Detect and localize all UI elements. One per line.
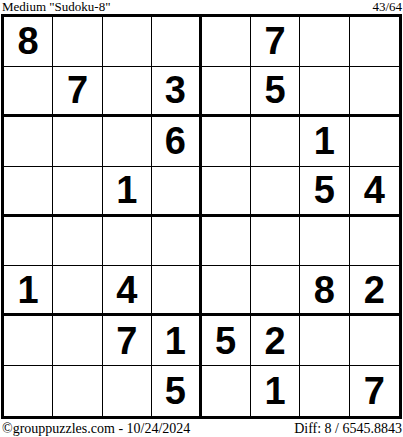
cell-r2c8[interactable] (350, 67, 399, 117)
given-digit: 4 (364, 171, 385, 209)
cell-r8c6[interactable]: 1 (251, 366, 300, 416)
cell-r7c6[interactable]: 2 (251, 316, 300, 366)
sudoku-board: 877356115414827152517 (1, 14, 402, 419)
given-digit: 7 (364, 372, 385, 410)
cell-r6c5[interactable] (202, 266, 251, 316)
cell-r7c2[interactable] (53, 316, 102, 366)
given-digit: 7 (264, 22, 285, 60)
given-digit: 1 (165, 322, 186, 360)
cell-r3c2[interactable] (53, 117, 102, 167)
cell-r4c3[interactable]: 1 (103, 167, 152, 217)
cell-r8c8[interactable]: 7 (350, 366, 399, 416)
cell-r3c8[interactable] (350, 117, 399, 167)
cell-r4c6[interactable] (251, 167, 300, 217)
sudoku-page: Medium "Sudoku-8" 43/64 8773561154148271… (0, 0, 403, 437)
cell-r5c4[interactable] (152, 217, 201, 267)
cell-r1c8[interactable] (350, 17, 399, 67)
cell-r6c3[interactable]: 4 (103, 266, 152, 316)
given-digit: 1 (18, 271, 39, 309)
given-digit: 8 (18, 22, 39, 60)
cell-r2c4[interactable]: 3 (152, 67, 201, 117)
cell-r4c2[interactable] (53, 167, 102, 217)
cell-r8c7[interactable] (300, 366, 349, 416)
given-digit: 7 (67, 71, 88, 109)
cell-r7c8[interactable] (350, 316, 399, 366)
given-digit: 4 (116, 271, 137, 309)
cell-r6c8[interactable]: 2 (350, 266, 399, 316)
given-digit: 2 (264, 322, 285, 360)
given-digit: 7 (116, 322, 137, 360)
cell-r1c5[interactable] (202, 17, 251, 67)
cell-r6c7[interactable]: 8 (300, 266, 349, 316)
given-digit: 1 (264, 372, 285, 410)
cell-r3c7[interactable]: 1 (300, 117, 349, 167)
cell-r4c1[interactable] (4, 167, 53, 217)
cell-r4c7[interactable]: 5 (300, 167, 349, 217)
cell-r4c4[interactable] (152, 167, 201, 217)
cell-r5c5[interactable] (202, 217, 251, 267)
cell-r1c1[interactable]: 8 (4, 17, 53, 67)
clue-counter: 43/64 (372, 0, 402, 13)
cell-r5c1[interactable] (4, 217, 53, 267)
cell-r1c4[interactable] (152, 17, 201, 67)
cell-r6c4[interactable] (152, 266, 201, 316)
cell-r7c3[interactable]: 7 (103, 316, 152, 366)
cell-r5c7[interactable] (300, 217, 349, 267)
cell-r1c7[interactable] (300, 17, 349, 67)
given-digit: 5 (264, 71, 285, 109)
given-digit: 1 (314, 122, 335, 160)
cell-r3c6[interactable] (251, 117, 300, 167)
cell-r3c5[interactable] (202, 117, 251, 167)
given-digit: 5 (314, 171, 335, 209)
puzzle-title: Medium "Sudoku-8" (2, 0, 110, 13)
cell-r1c6[interactable]: 7 (251, 17, 300, 67)
cell-r3c3[interactable] (103, 117, 152, 167)
cell-r2c5[interactable] (202, 67, 251, 117)
given-digit: 1 (116, 171, 137, 209)
cell-r2c3[interactable] (103, 67, 152, 117)
cell-r8c3[interactable] (103, 366, 152, 416)
given-digit: 6 (165, 122, 186, 160)
cell-r4c8[interactable]: 4 (350, 167, 399, 217)
cell-r2c1[interactable] (4, 67, 53, 117)
cell-r8c2[interactable] (53, 366, 102, 416)
cell-r7c7[interactable] (300, 316, 349, 366)
given-digit: 5 (165, 372, 186, 410)
cell-r4c5[interactable] (202, 167, 251, 217)
given-digit: 3 (165, 71, 186, 109)
cell-r8c5[interactable] (202, 366, 251, 416)
cell-r5c8[interactable] (350, 217, 399, 267)
cell-r1c3[interactable] (103, 17, 152, 67)
cell-r3c1[interactable] (4, 117, 53, 167)
cell-r1c2[interactable] (53, 17, 102, 67)
header: Medium "Sudoku-8" 43/64 (2, 0, 402, 14)
cell-r3c4[interactable]: 6 (152, 117, 201, 167)
given-digit: 5 (215, 322, 236, 360)
cell-r8c4[interactable]: 5 (152, 366, 201, 416)
cell-r6c6[interactable] (251, 266, 300, 316)
cell-r8c1[interactable] (4, 366, 53, 416)
cell-r6c2[interactable] (53, 266, 102, 316)
cell-r5c6[interactable] (251, 217, 300, 267)
cell-r6c1[interactable]: 1 (4, 266, 53, 316)
cell-r7c4[interactable]: 1 (152, 316, 201, 366)
given-digit: 2 (364, 271, 385, 309)
difficulty-text: Diff: 8 / 6545.8843 (294, 422, 402, 436)
cell-r2c7[interactable] (300, 67, 349, 117)
cell-r2c6[interactable]: 5 (251, 67, 300, 117)
footer: ©grouppuzzles.com - 10/24/2024 Diff: 8 /… (2, 420, 402, 437)
cell-r7c5[interactable]: 5 (202, 316, 251, 366)
cell-r7c1[interactable] (4, 316, 53, 366)
cell-r5c3[interactable] (103, 217, 152, 267)
given-digit: 8 (314, 271, 335, 309)
cell-r2c2[interactable]: 7 (53, 67, 102, 117)
copyright-text: ©grouppuzzles.com - 10/24/2024 (2, 422, 190, 436)
cell-r5c2[interactable] (53, 217, 102, 267)
